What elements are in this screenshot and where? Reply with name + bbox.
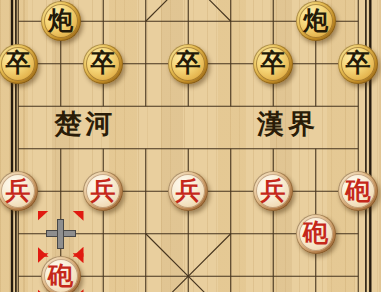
- piece-glyph: 卒: [176, 50, 201, 75]
- piece-face: 卒: [1, 47, 35, 81]
- xiangqi-game-screen: 楚河 漢界 炮炮卒卒卒卒卒兵兵兵兵砲砲砲: [0, 0, 381, 292]
- piece-glyph: 炮: [303, 8, 328, 33]
- piece-face: 卒: [341, 47, 375, 81]
- piece-glyph: 炮: [48, 8, 73, 33]
- piece-face: 炮: [299, 4, 333, 38]
- piece-red-cannon-file2-rank9[interactable]: 砲: [41, 256, 81, 292]
- piece-glyph: 砲: [303, 220, 328, 245]
- piece-glyph: 砲: [48, 263, 73, 288]
- piece-face: 卒: [171, 47, 205, 81]
- piece-glyph: 卒: [261, 50, 286, 75]
- piece-black-soldier-file9-rank4[interactable]: 卒: [338, 44, 378, 84]
- xiangqi-board[interactable]: 楚河 漢界 炮炮卒卒卒卒卒兵兵兵兵砲砲砲: [0, 0, 379, 292]
- piece-face: 兵: [86, 174, 120, 208]
- piece-red-soldier-file3-rank7[interactable]: 兵: [83, 171, 123, 211]
- piece-glyph: 卒: [6, 50, 31, 75]
- piece-face: 砲: [341, 174, 375, 208]
- piece-face: 砲: [299, 217, 333, 251]
- piece-glyph: 兵: [176, 178, 201, 203]
- piece-black-soldier-file7-rank4[interactable]: 卒: [253, 44, 293, 84]
- piece-face: 卒: [86, 47, 120, 81]
- river-label-chu-he: 楚河: [55, 106, 117, 142]
- piece-face: 砲: [44, 259, 78, 292]
- piece-red-soldier-file9-rank7[interactable]: 砲: [338, 171, 378, 211]
- piece-black-cannon-file2-rank3[interactable]: 炮: [41, 1, 81, 41]
- piece-glyph: 兵: [6, 178, 31, 203]
- piece-glyph: 兵: [261, 178, 286, 203]
- piece-red-soldier-file7-rank7[interactable]: 兵: [253, 171, 293, 211]
- piece-glyph: 砲: [346, 178, 371, 203]
- piece-glyph: 卒: [346, 50, 371, 75]
- piece-face: 兵: [1, 174, 35, 208]
- piece-face: 炮: [44, 4, 78, 38]
- piece-face: 兵: [171, 174, 205, 208]
- piece-glyph: 卒: [91, 50, 116, 75]
- river-label-han-jie: 漢界: [257, 106, 319, 142]
- piece-black-soldier-file3-rank4[interactable]: 卒: [83, 44, 123, 84]
- piece-glyph: 兵: [91, 178, 116, 203]
- crosshair-cursor-icon: [46, 219, 76, 249]
- piece-red-soldier-file5-rank7[interactable]: 兵: [168, 171, 208, 211]
- piece-face: 卒: [256, 47, 290, 81]
- move-target-marker: [38, 211, 84, 257]
- piece-black-soldier-file1-rank4[interactable]: 卒: [0, 44, 38, 84]
- piece-black-cannon-file8-rank3[interactable]: 炮: [296, 1, 336, 41]
- piece-red-cannon-file8-rank8[interactable]: 砲: [296, 214, 336, 254]
- piece-face: 兵: [256, 174, 290, 208]
- piece-black-soldier-file5-rank4[interactable]: 卒: [168, 44, 208, 84]
